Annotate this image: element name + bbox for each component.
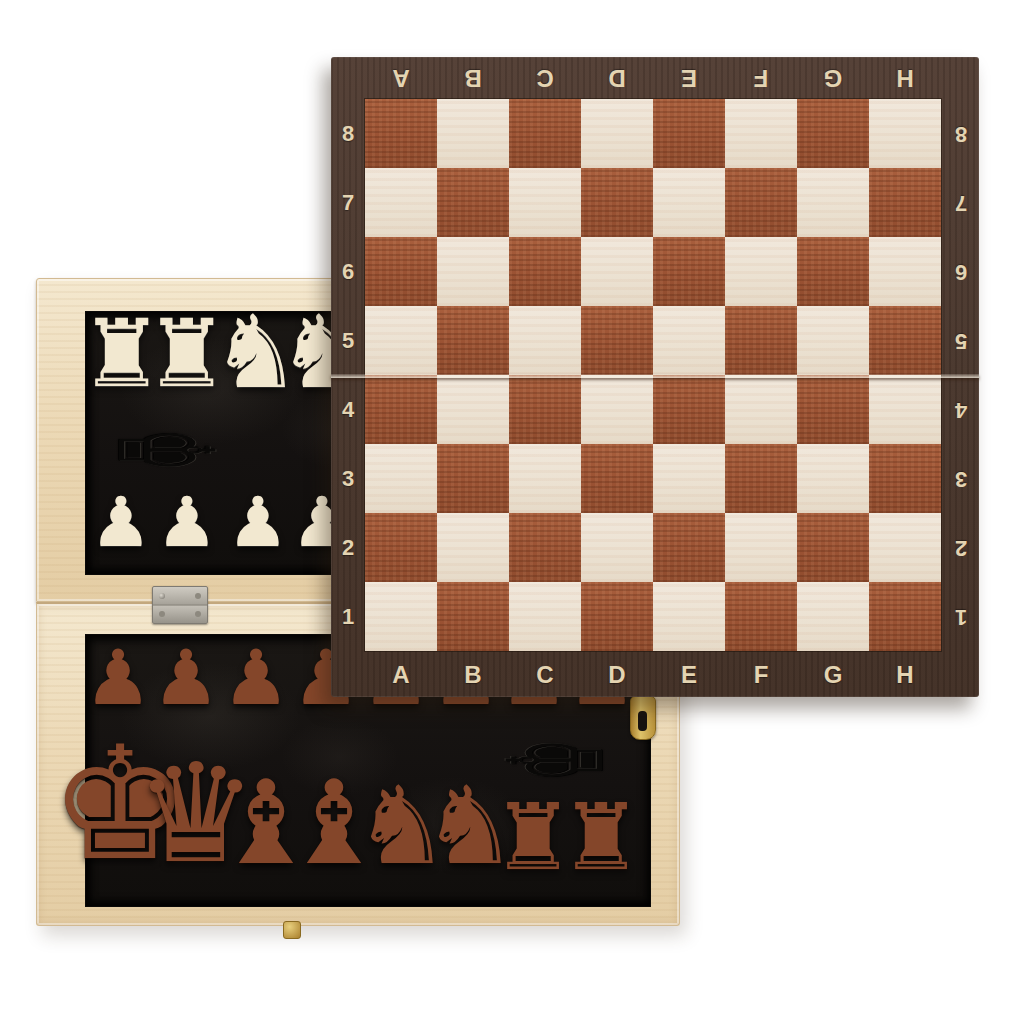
board-fold-seam bbox=[331, 374, 979, 378]
square-f2 bbox=[725, 513, 797, 582]
rank-label-left-4: 4 bbox=[342, 397, 354, 423]
rank-label-right-3: 3 bbox=[955, 466, 967, 492]
brown-pawn-2: ♟ bbox=[152, 640, 220, 716]
square-c1 bbox=[509, 582, 581, 651]
square-c4 bbox=[509, 375, 581, 444]
file-label-bottom-b: B bbox=[464, 661, 481, 689]
white-tray-king-recess: ♚ bbox=[99, 429, 231, 472]
square-a1 bbox=[365, 582, 437, 651]
white-pawn-1: ♟ bbox=[90, 488, 152, 557]
file-label-bottom-f: F bbox=[754, 661, 769, 689]
file-label-top-c: C bbox=[536, 64, 553, 92]
square-a8 bbox=[365, 99, 437, 168]
square-c8 bbox=[509, 99, 581, 168]
square-b1 bbox=[437, 582, 509, 651]
brown-tray-king-recess: ♚ bbox=[490, 739, 622, 782]
square-e2 bbox=[653, 513, 725, 582]
file-label-bottom-c: C bbox=[536, 661, 553, 689]
file-label-bottom-a: A bbox=[392, 661, 409, 689]
file-label-bottom-d: D bbox=[608, 661, 625, 689]
square-h1 bbox=[869, 582, 941, 651]
square-c6 bbox=[509, 237, 581, 306]
square-f3 bbox=[725, 444, 797, 513]
square-a2 bbox=[365, 513, 437, 582]
square-d8 bbox=[581, 99, 653, 168]
square-h8 bbox=[869, 99, 941, 168]
rank-label-left-8: 8 bbox=[342, 121, 354, 147]
brown-pawn-3: ♟ bbox=[222, 640, 290, 716]
square-d7 bbox=[581, 168, 653, 237]
square-b7 bbox=[437, 168, 509, 237]
square-g3 bbox=[797, 444, 869, 513]
rank-label-right-4: 4 bbox=[955, 397, 967, 423]
square-b3 bbox=[437, 444, 509, 513]
brown-pawn-1: ♟ bbox=[84, 640, 152, 716]
square-c2 bbox=[509, 513, 581, 582]
rank-label-left-3: 3 bbox=[342, 466, 354, 492]
square-b4 bbox=[437, 375, 509, 444]
square-c7 bbox=[509, 168, 581, 237]
square-b5 bbox=[437, 306, 509, 375]
rank-label-left-1: 1 bbox=[342, 604, 354, 630]
square-d6 bbox=[581, 237, 653, 306]
white-pawn-3: ♟ bbox=[227, 488, 289, 557]
square-e1 bbox=[653, 582, 725, 651]
square-h5 bbox=[869, 306, 941, 375]
square-g5 bbox=[797, 306, 869, 375]
square-b2 bbox=[437, 513, 509, 582]
file-label-bottom-g: G bbox=[824, 661, 843, 689]
white-pawn-2: ♟ bbox=[156, 488, 218, 557]
rank-label-right-7: 7 bbox=[955, 190, 967, 216]
square-f5 bbox=[725, 306, 797, 375]
file-label-top-e: E bbox=[681, 64, 697, 92]
square-h2 bbox=[869, 513, 941, 582]
square-a7 bbox=[365, 168, 437, 237]
square-h6 bbox=[869, 237, 941, 306]
square-h4 bbox=[869, 375, 941, 444]
square-b6 bbox=[437, 237, 509, 306]
square-f4 bbox=[725, 375, 797, 444]
square-f8 bbox=[725, 99, 797, 168]
chess-set-product-photo: ♜♜♞♞♚♟♟♟♟♟♟♟♟♟♟♟♟♚♛♝♝♞♞♜♜♚ AABBCCDDEEFFG… bbox=[0, 0, 1010, 1010]
rank-label-right-1: 1 bbox=[955, 604, 967, 630]
file-label-top-f: F bbox=[754, 64, 769, 92]
rank-label-right-2: 2 bbox=[955, 535, 967, 561]
square-h3 bbox=[869, 444, 941, 513]
square-d4 bbox=[581, 375, 653, 444]
rank-label-left-5: 5 bbox=[342, 328, 354, 354]
chess-board: AABBCCDDEEFFGGHH8877665544332211 bbox=[331, 57, 979, 697]
square-e6 bbox=[653, 237, 725, 306]
file-label-bottom-h: H bbox=[896, 661, 913, 689]
square-g1 bbox=[797, 582, 869, 651]
square-g2 bbox=[797, 513, 869, 582]
square-c5 bbox=[509, 306, 581, 375]
square-f1 bbox=[725, 582, 797, 651]
square-d3 bbox=[581, 444, 653, 513]
square-d2 bbox=[581, 513, 653, 582]
square-a3 bbox=[365, 444, 437, 513]
square-h7 bbox=[869, 168, 941, 237]
file-label-top-g: G bbox=[824, 64, 843, 92]
square-a5 bbox=[365, 306, 437, 375]
square-e5 bbox=[653, 306, 725, 375]
square-g8 bbox=[797, 99, 869, 168]
square-g4 bbox=[797, 375, 869, 444]
file-label-bottom-e: E bbox=[681, 661, 697, 689]
file-label-top-a: A bbox=[392, 64, 409, 92]
square-e7 bbox=[653, 168, 725, 237]
file-label-top-h: H bbox=[896, 64, 913, 92]
rank-label-left-2: 2 bbox=[342, 535, 354, 561]
file-label-top-d: D bbox=[608, 64, 625, 92]
square-e8 bbox=[653, 99, 725, 168]
square-d1 bbox=[581, 582, 653, 651]
square-f6 bbox=[725, 237, 797, 306]
square-f7 bbox=[725, 168, 797, 237]
square-a4 bbox=[365, 375, 437, 444]
rank-label-left-6: 6 bbox=[342, 259, 354, 285]
square-d5 bbox=[581, 306, 653, 375]
square-g7 bbox=[797, 168, 869, 237]
square-c3 bbox=[509, 444, 581, 513]
rank-label-left-7: 7 bbox=[342, 190, 354, 216]
file-label-top-b: B bbox=[464, 64, 481, 92]
rank-label-right-8: 8 bbox=[955, 121, 967, 147]
square-e3 bbox=[653, 444, 725, 513]
rank-label-right-6: 6 bbox=[955, 259, 967, 285]
rank-label-right-5: 5 bbox=[955, 328, 967, 354]
brown-rook-2: ♜ bbox=[560, 792, 642, 884]
square-g6 bbox=[797, 237, 869, 306]
square-e4 bbox=[653, 375, 725, 444]
square-b8 bbox=[437, 99, 509, 168]
square-a6 bbox=[365, 237, 437, 306]
